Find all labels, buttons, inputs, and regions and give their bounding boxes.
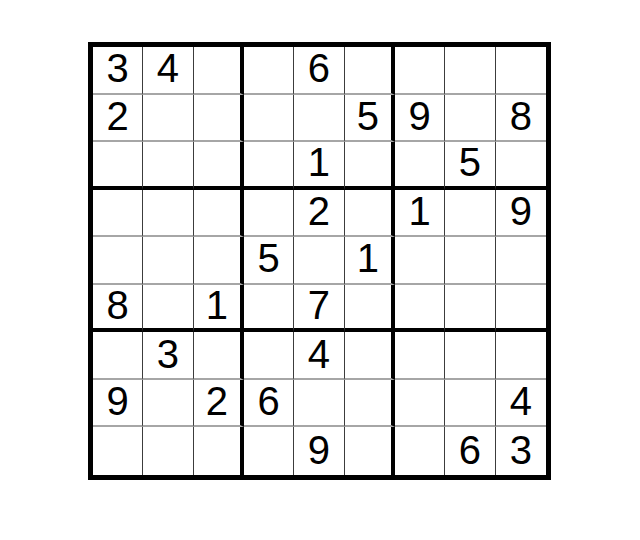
cell-r7c9[interactable] [496, 332, 546, 380]
cell-r2c8[interactable] [445, 95, 495, 143]
cell-r1c4[interactable] [244, 47, 294, 95]
cell-r8c7[interactable] [395, 380, 445, 428]
cell-r8c5[interactable] [294, 380, 344, 428]
cell-r5c7[interactable] [395, 237, 445, 285]
cell-r8c2[interactable] [143, 380, 193, 428]
cell-r3c2[interactable] [143, 142, 193, 190]
cell-r5c3[interactable] [194, 237, 244, 285]
cell-r1c9[interactable] [496, 47, 546, 95]
cell-r3c1[interactable] [93, 142, 143, 190]
cell-r4c6[interactable] [345, 190, 395, 238]
cell-r6c9[interactable] [496, 285, 546, 333]
cell-r9c2[interactable] [143, 427, 193, 475]
cell-r9c1[interactable] [93, 427, 143, 475]
cell-r1c5[interactable]: 6 [294, 47, 344, 95]
cell-r2c6[interactable]: 5 [345, 95, 395, 143]
sudoku-board: 34625981521951817349264963 [88, 42, 551, 480]
cell-r6c8[interactable] [445, 285, 495, 333]
cell-r6c1[interactable]: 8 [93, 285, 143, 333]
cell-r3c5[interactable]: 1 [294, 142, 344, 190]
cell-r2c7[interactable]: 9 [395, 95, 445, 143]
cell-r1c8[interactable] [445, 47, 495, 95]
cell-r1c1[interactable]: 3 [93, 47, 143, 95]
cell-r6c4[interactable] [244, 285, 294, 333]
cell-r1c7[interactable] [395, 47, 445, 95]
cell-r6c3[interactable]: 1 [194, 285, 244, 333]
cell-r9c8[interactable]: 6 [445, 427, 495, 475]
cell-r9c6[interactable] [345, 427, 395, 475]
cell-r4c1[interactable] [93, 190, 143, 238]
cell-r7c8[interactable] [445, 332, 495, 380]
cell-r2c3[interactable] [194, 95, 244, 143]
cell-r5c8[interactable] [445, 237, 495, 285]
cell-r4c9[interactable]: 9 [496, 190, 546, 238]
cell-r5c2[interactable] [143, 237, 193, 285]
cell-r6c7[interactable] [395, 285, 445, 333]
cell-r7c7[interactable] [395, 332, 445, 380]
cell-r5c4[interactable]: 5 [244, 237, 294, 285]
cell-r3c3[interactable] [194, 142, 244, 190]
cell-r3c7[interactable] [395, 142, 445, 190]
cell-r7c6[interactable] [345, 332, 395, 380]
cell-r1c2[interactable]: 4 [143, 47, 193, 95]
cell-r8c1[interactable]: 9 [93, 380, 143, 428]
cell-r4c5[interactable]: 2 [294, 190, 344, 238]
cell-r2c4[interactable] [244, 95, 294, 143]
cell-r1c6[interactable] [345, 47, 395, 95]
cell-r8c8[interactable] [445, 380, 495, 428]
cell-r8c6[interactable] [345, 380, 395, 428]
cell-r2c5[interactable] [294, 95, 344, 143]
cell-r4c7[interactable]: 1 [395, 190, 445, 238]
cell-r7c2[interactable]: 3 [143, 332, 193, 380]
cell-r9c3[interactable] [194, 427, 244, 475]
cell-r5c5[interactable] [294, 237, 344, 285]
cell-r2c1[interactable]: 2 [93, 95, 143, 143]
cell-r7c3[interactable] [194, 332, 244, 380]
cell-r3c9[interactable] [496, 142, 546, 190]
cell-r8c3[interactable]: 2 [194, 380, 244, 428]
cell-r7c4[interactable] [244, 332, 294, 380]
cell-r8c4[interactable]: 6 [244, 380, 294, 428]
cell-r5c9[interactable] [496, 237, 546, 285]
cell-r2c9[interactable]: 8 [496, 95, 546, 143]
cell-r3c4[interactable] [244, 142, 294, 190]
cell-r6c2[interactable] [143, 285, 193, 333]
cell-r9c5[interactable]: 9 [294, 427, 344, 475]
cell-r7c1[interactable] [93, 332, 143, 380]
cell-r9c4[interactable] [244, 427, 294, 475]
cell-r4c3[interactable] [194, 190, 244, 238]
cell-r6c5[interactable]: 7 [294, 285, 344, 333]
page-background: 34625981521951817349264963 [0, 0, 640, 540]
cell-r3c8[interactable]: 5 [445, 142, 495, 190]
cell-r9c9[interactable]: 3 [496, 427, 546, 475]
cell-r8c9[interactable]: 4 [496, 380, 546, 428]
cell-r4c4[interactable] [244, 190, 294, 238]
cell-r2c2[interactable] [143, 95, 193, 143]
cell-r5c6[interactable]: 1 [345, 237, 395, 285]
cell-r6c6[interactable] [345, 285, 395, 333]
cell-r9c7[interactable] [395, 427, 445, 475]
cell-r7c5[interactable]: 4 [294, 332, 344, 380]
cell-r3c6[interactable] [345, 142, 395, 190]
cell-r5c1[interactable] [93, 237, 143, 285]
cell-r4c8[interactable] [445, 190, 495, 238]
cell-r4c2[interactable] [143, 190, 193, 238]
cell-r1c3[interactable] [194, 47, 244, 95]
